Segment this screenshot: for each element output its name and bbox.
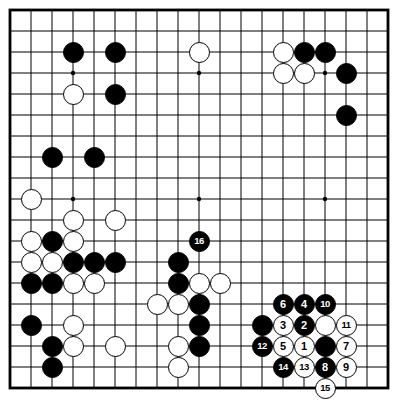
move-number: 2 <box>301 319 307 330</box>
black-stone <box>336 105 357 126</box>
black-stone <box>63 252 84 273</box>
black-stone <box>189 315 210 336</box>
move-number: 14 <box>278 362 288 372</box>
black-stone <box>63 42 84 63</box>
move-number: 8 <box>322 361 328 372</box>
white-stone <box>63 315 84 336</box>
black-stone <box>294 42 315 63</box>
move-number: 3 <box>280 319 286 330</box>
black-stone <box>189 336 210 357</box>
black-stone <box>168 273 189 294</box>
move-number: 5 <box>280 340 286 351</box>
white-stone <box>189 42 210 63</box>
move-number: 9 <box>343 361 349 372</box>
black-stone <box>105 252 126 273</box>
white-stone <box>21 189 42 210</box>
black-stone <box>252 315 273 336</box>
black-stone <box>189 294 210 315</box>
move-number: 15 <box>320 383 330 393</box>
black-stone <box>105 42 126 63</box>
white-stone: 3 <box>273 315 294 336</box>
white-stone <box>63 231 84 252</box>
black-stone <box>42 273 63 294</box>
white-stone: 13 <box>294 357 315 378</box>
black-stone <box>315 42 336 63</box>
black-stone <box>105 84 126 105</box>
white-stone: 1 <box>294 336 315 357</box>
white-stone <box>63 273 84 294</box>
white-stone <box>21 231 42 252</box>
black-stone: 10 <box>315 294 336 315</box>
white-stone <box>189 273 210 294</box>
black-stone <box>336 63 357 84</box>
black-stone: 6 <box>273 294 294 315</box>
move-number: 7 <box>343 340 349 351</box>
move-number: 1 <box>301 340 307 351</box>
white-stone <box>21 252 42 273</box>
go-board: 16641032111251714138915 <box>0 0 400 400</box>
move-number: 4 <box>301 298 307 309</box>
black-stone <box>42 357 63 378</box>
black-stone <box>21 315 42 336</box>
white-stone: 9 <box>336 357 357 378</box>
white-stone <box>42 252 63 273</box>
white-stone <box>273 42 294 63</box>
white-stone <box>294 63 315 84</box>
black-stone <box>84 147 105 168</box>
black-stone <box>84 252 105 273</box>
move-number: 13 <box>299 362 309 372</box>
move-number: 12 <box>257 341 267 351</box>
white-stone <box>273 63 294 84</box>
white-stone: 7 <box>336 336 357 357</box>
black-stone <box>21 273 42 294</box>
black-stone: 16 <box>189 231 210 252</box>
black-stone: 14 <box>273 357 294 378</box>
black-stone <box>315 336 336 357</box>
black-stone <box>42 231 63 252</box>
black-stone: 4 <box>294 294 315 315</box>
white-stone <box>105 336 126 357</box>
black-stone: 2 <box>294 315 315 336</box>
white-stone <box>63 84 84 105</box>
black-stone: 12 <box>252 336 273 357</box>
black-stone <box>168 252 189 273</box>
move-number: 11 <box>341 320 350 330</box>
white-stone <box>315 315 336 336</box>
black-stone <box>42 336 63 357</box>
white-stone <box>168 336 189 357</box>
white-stone: 5 <box>273 336 294 357</box>
move-number: 6 <box>280 298 286 309</box>
white-stone <box>168 357 189 378</box>
black-stone: 8 <box>315 357 336 378</box>
move-number: 10 <box>320 299 330 309</box>
white-stone: 11 <box>336 315 357 336</box>
white-stone <box>84 273 105 294</box>
white-stone <box>105 210 126 231</box>
white-stone: 15 <box>315 378 336 399</box>
white-stone <box>168 294 189 315</box>
move-number: 16 <box>194 236 204 246</box>
white-stone <box>147 294 168 315</box>
stone-layer: 16641032111251714138915 <box>0 0 399 399</box>
white-stone <box>63 336 84 357</box>
white-stone <box>210 273 231 294</box>
black-stone <box>42 147 63 168</box>
white-stone <box>63 210 84 231</box>
